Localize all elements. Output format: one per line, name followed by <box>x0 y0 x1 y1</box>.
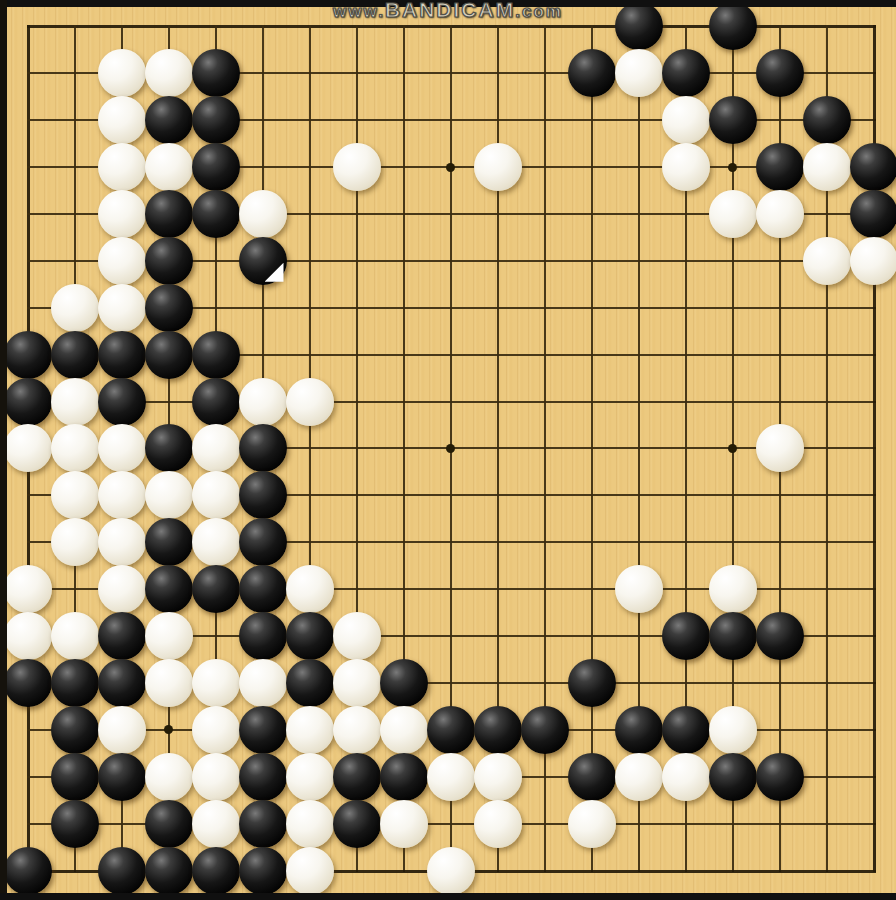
black-stone-F9 <box>239 471 287 519</box>
black-stone-B3 <box>51 753 99 801</box>
white-stone-B6 <box>51 612 99 660</box>
black-stone-D8 <box>145 518 193 566</box>
black-stone-E7 <box>192 565 240 613</box>
black-stone-P4 <box>662 706 710 754</box>
bottom-border <box>0 893 896 900</box>
white-stone-H16 <box>333 143 381 191</box>
white-stone-A10 <box>4 424 52 472</box>
black-stone-O19 <box>615 2 663 50</box>
black-stone-D17 <box>145 96 193 144</box>
black-stone-S17 <box>803 96 851 144</box>
black-stone-M4 <box>521 706 569 754</box>
white-stone-B9 <box>51 471 99 519</box>
white-stone-F15 <box>239 190 287 238</box>
black-stone-N3 <box>568 753 616 801</box>
black-stone-H2 <box>333 800 381 848</box>
white-stone-C15 <box>98 190 146 238</box>
black-stone-F10 <box>239 424 287 472</box>
white-stone-C17 <box>98 96 146 144</box>
black-stone-O4 <box>615 706 663 754</box>
white-stone-C13 <box>98 284 146 332</box>
black-stone-J5 <box>380 659 428 707</box>
white-stone-J2 <box>380 800 428 848</box>
white-stone-G2 <box>286 800 334 848</box>
white-stone-C7 <box>98 565 146 613</box>
white-stone-P3 <box>662 753 710 801</box>
go-board[interactable] <box>0 0 896 900</box>
white-stone-N2 <box>568 800 616 848</box>
white-stone-E4 <box>192 706 240 754</box>
white-stone-F11 <box>239 378 287 426</box>
star-point <box>446 444 455 453</box>
star-point <box>728 163 737 172</box>
black-stone-D13 <box>145 284 193 332</box>
black-stone-P6 <box>662 612 710 660</box>
white-stone-B11 <box>51 378 99 426</box>
white-stone-R10 <box>756 424 804 472</box>
white-stone-Q4 <box>709 706 757 754</box>
black-stone-E12 <box>192 331 240 379</box>
black-stone-T16 <box>850 143 896 191</box>
black-stone-A5 <box>4 659 52 707</box>
white-stone-O3 <box>615 753 663 801</box>
black-stone-B4 <box>51 706 99 754</box>
white-stone-C16 <box>98 143 146 191</box>
white-stone-O18 <box>615 49 663 97</box>
black-stone-D14 <box>145 237 193 285</box>
white-stone-G7 <box>286 565 334 613</box>
left-border <box>0 0 7 900</box>
black-stone-D7 <box>145 565 193 613</box>
white-stone-O7 <box>615 565 663 613</box>
black-stone-E1 <box>192 847 240 895</box>
black-stone-C5 <box>98 659 146 707</box>
black-stone-E16 <box>192 143 240 191</box>
black-stone-R3 <box>756 753 804 801</box>
black-stone-R6 <box>756 612 804 660</box>
black-stone-E11 <box>192 378 240 426</box>
white-stone-D3 <box>145 753 193 801</box>
white-stone-E2 <box>192 800 240 848</box>
black-stone-D15 <box>145 190 193 238</box>
white-stone-L2 <box>474 800 522 848</box>
black-stone-G6 <box>286 612 334 660</box>
black-stone-Q3 <box>709 753 757 801</box>
black-stone-J3 <box>380 753 428 801</box>
black-stone-D1 <box>145 847 193 895</box>
black-stone-F6 <box>239 612 287 660</box>
white-stone-E5 <box>192 659 240 707</box>
black-stone-D10 <box>145 424 193 472</box>
white-stone-C14 <box>98 237 146 285</box>
black-stone-A12 <box>4 331 52 379</box>
white-stone-D16 <box>145 143 193 191</box>
black-stone-F14 <box>239 237 287 285</box>
white-stone-C9 <box>98 471 146 519</box>
black-stone-G5 <box>286 659 334 707</box>
screen-capture: www.BANDICAM.com <box>0 0 896 900</box>
white-stone-T14 <box>850 237 896 285</box>
black-stone-D12 <box>145 331 193 379</box>
star-point <box>164 725 173 734</box>
white-stone-K1 <box>427 847 475 895</box>
black-stone-A11 <box>4 378 52 426</box>
watermark-brand: BANDICAM <box>385 0 515 21</box>
black-stone-E17 <box>192 96 240 144</box>
white-stone-J4 <box>380 706 428 754</box>
black-stone-R16 <box>756 143 804 191</box>
watermark-prefix: www. <box>333 2 385 21</box>
white-stone-G1 <box>286 847 334 895</box>
black-stone-F4 <box>239 706 287 754</box>
white-stone-D5 <box>145 659 193 707</box>
white-stone-D18 <box>145 49 193 97</box>
black-stone-C12 <box>98 331 146 379</box>
white-stone-C10 <box>98 424 146 472</box>
black-stone-C3 <box>98 753 146 801</box>
black-stone-B5 <box>51 659 99 707</box>
star-point <box>728 444 737 453</box>
grid-line-vertical <box>591 25 593 872</box>
white-stone-S16 <box>803 143 851 191</box>
black-stone-T15 <box>850 190 896 238</box>
black-stone-D2 <box>145 800 193 848</box>
black-stone-B2 <box>51 800 99 848</box>
white-stone-G3 <box>286 753 334 801</box>
black-stone-E18 <box>192 49 240 97</box>
black-stone-Q6 <box>709 612 757 660</box>
white-stone-B8 <box>51 518 99 566</box>
bandicam-watermark: www.BANDICAM.com <box>333 0 563 22</box>
white-stone-C4 <box>98 706 146 754</box>
white-stone-B10 <box>51 424 99 472</box>
black-stone-F3 <box>239 753 287 801</box>
white-stone-L16 <box>474 143 522 191</box>
black-stone-F2 <box>239 800 287 848</box>
white-stone-A6 <box>4 612 52 660</box>
black-stone-C6 <box>98 612 146 660</box>
black-stone-B12 <box>51 331 99 379</box>
white-stone-G11 <box>286 378 334 426</box>
black-stone-C11 <box>98 378 146 426</box>
white-stone-Q7 <box>709 565 757 613</box>
star-point <box>446 163 455 172</box>
black-stone-E15 <box>192 190 240 238</box>
black-stone-P18 <box>662 49 710 97</box>
white-stone-S14 <box>803 237 851 285</box>
black-stone-N18 <box>568 49 616 97</box>
watermark-suffix: .com <box>515 2 563 21</box>
white-stone-D9 <box>145 471 193 519</box>
white-stone-B13 <box>51 284 99 332</box>
black-stone-F7 <box>239 565 287 613</box>
white-stone-E9 <box>192 471 240 519</box>
white-stone-R15 <box>756 190 804 238</box>
black-stone-A1 <box>4 847 52 895</box>
black-stone-H3 <box>333 753 381 801</box>
last-move-triangle-marker <box>265 263 284 282</box>
white-stone-P16 <box>662 143 710 191</box>
white-stone-H6 <box>333 612 381 660</box>
white-stone-E10 <box>192 424 240 472</box>
white-stone-P17 <box>662 96 710 144</box>
black-stone-L4 <box>474 706 522 754</box>
white-stone-G4 <box>286 706 334 754</box>
black-stone-Q19 <box>709 2 757 50</box>
white-stone-F5 <box>239 659 287 707</box>
black-stone-F1 <box>239 847 287 895</box>
white-stone-Q15 <box>709 190 757 238</box>
black-stone-C1 <box>98 847 146 895</box>
white-stone-D6 <box>145 612 193 660</box>
white-stone-H5 <box>333 659 381 707</box>
white-stone-E3 <box>192 753 240 801</box>
black-stone-K4 <box>427 706 475 754</box>
black-stone-Q17 <box>709 96 757 144</box>
white-stone-E8 <box>192 518 240 566</box>
black-stone-R18 <box>756 49 804 97</box>
white-stone-C18 <box>98 49 146 97</box>
black-stone-F8 <box>239 518 287 566</box>
white-stone-H4 <box>333 706 381 754</box>
white-stone-L3 <box>474 753 522 801</box>
black-stone-N5 <box>568 659 616 707</box>
white-stone-C8 <box>98 518 146 566</box>
white-stone-K3 <box>427 753 475 801</box>
white-stone-A7 <box>4 565 52 613</box>
